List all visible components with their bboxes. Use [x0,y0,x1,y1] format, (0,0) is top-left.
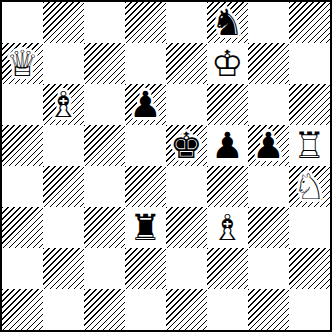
square-h1[interactable] [289,289,330,330]
piece-black-pawn: ♟ [248,125,289,166]
square-b3[interactable] [43,207,84,248]
square-c7[interactable] [84,43,125,84]
square-f1[interactable] [207,289,248,330]
square-c3[interactable] [84,207,125,248]
square-d3[interactable]: ♜♜ [125,207,166,248]
chess-diagram: ♞♞♛♕♚♔♝♗♟♟♚♚♟♟♟♟♜♖♞♘♜♜♝♗ [0,0,332,332]
square-e3[interactable] [166,207,207,248]
square-e1[interactable] [166,289,207,330]
square-b7[interactable] [43,43,84,84]
square-g7[interactable] [248,43,289,84]
piece-white-queen: ♕ [2,43,43,84]
square-b6[interactable]: ♝♗ [43,84,84,125]
square-c6[interactable] [84,84,125,125]
piece-white-king: ♔ [207,43,248,84]
square-e8[interactable] [166,2,207,43]
square-e5[interactable]: ♚♚ [166,125,207,166]
square-f6[interactable] [207,84,248,125]
square-f8[interactable]: ♞♞ [207,2,248,43]
square-g5[interactable]: ♟♟ [248,125,289,166]
piece-white-bishop: ♗ [43,84,84,125]
chess-board: ♞♞♛♕♚♔♝♗♟♟♚♚♟♟♟♟♜♖♞♘♜♜♝♗ [2,2,330,330]
square-d1[interactable] [125,289,166,330]
square-e6[interactable] [166,84,207,125]
square-h5[interactable]: ♜♖ [289,125,330,166]
square-a7[interactable]: ♛♕ [2,43,43,84]
square-d2[interactable] [125,248,166,289]
square-g3[interactable] [248,207,289,248]
square-b5[interactable] [43,125,84,166]
square-b1[interactable] [43,289,84,330]
square-b4[interactable] [43,166,84,207]
square-c8[interactable] [84,2,125,43]
square-a6[interactable] [2,84,43,125]
square-a8[interactable] [2,2,43,43]
piece-black-pawn: ♟ [207,125,248,166]
square-f7[interactable]: ♚♔ [207,43,248,84]
piece-white-rook: ♖ [289,125,330,166]
square-c5[interactable] [84,125,125,166]
square-f4[interactable] [207,166,248,207]
piece-black-knight: ♞ [207,2,248,43]
square-h8[interactable] [289,2,330,43]
square-d4[interactable] [125,166,166,207]
square-h6[interactable] [289,84,330,125]
square-f2[interactable] [207,248,248,289]
square-g1[interactable] [248,289,289,330]
square-f5[interactable]: ♟♟ [207,125,248,166]
square-a4[interactable] [2,166,43,207]
square-h4[interactable]: ♞♘ [289,166,330,207]
square-a1[interactable] [2,289,43,330]
square-e2[interactable] [166,248,207,289]
square-h2[interactable] [289,248,330,289]
square-g6[interactable] [248,84,289,125]
square-d7[interactable] [125,43,166,84]
square-g2[interactable] [248,248,289,289]
square-d6[interactable]: ♟♟ [125,84,166,125]
square-c2[interactable] [84,248,125,289]
square-b2[interactable] [43,248,84,289]
square-c4[interactable] [84,166,125,207]
square-h7[interactable] [289,43,330,84]
square-a2[interactable] [2,248,43,289]
square-f3[interactable]: ♝♗ [207,207,248,248]
square-d5[interactable] [125,125,166,166]
piece-black-pawn: ♟ [125,84,166,125]
square-c1[interactable] [84,289,125,330]
square-e4[interactable] [166,166,207,207]
piece-white-bishop: ♗ [207,207,248,248]
square-h3[interactable] [289,207,330,248]
square-a3[interactable] [2,207,43,248]
square-b8[interactable] [43,2,84,43]
piece-black-king: ♚ [166,125,207,166]
square-a5[interactable] [2,125,43,166]
piece-white-knight: ♘ [289,166,330,207]
piece-black-rook: ♜ [125,207,166,248]
square-d8[interactable] [125,2,166,43]
square-g4[interactable] [248,166,289,207]
square-e7[interactable] [166,43,207,84]
square-g8[interactable] [248,2,289,43]
